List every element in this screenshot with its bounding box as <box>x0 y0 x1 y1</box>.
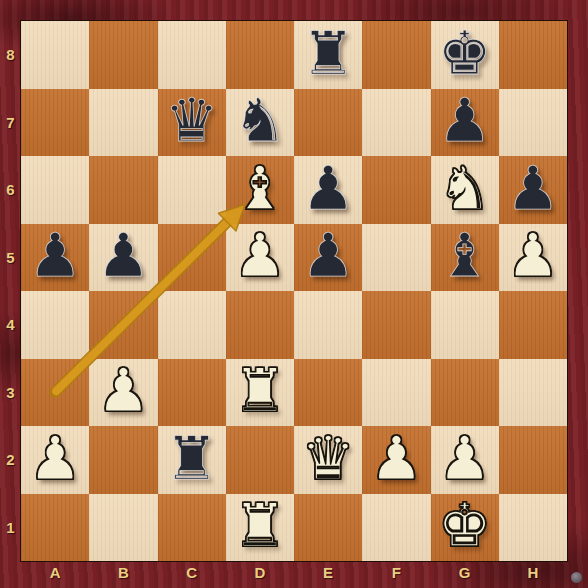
square-f2[interactable]: ♟ <box>362 426 430 494</box>
square-b4[interactable] <box>89 291 157 359</box>
square-d4[interactable] <box>226 291 294 359</box>
rank-label-5: 5 <box>0 224 21 292</box>
piece-white-pawn-a2[interactable]: ♟ <box>28 428 82 488</box>
piece-white-queen-e2[interactable]: ♛ <box>301 428 355 488</box>
square-c3[interactable] <box>158 359 226 427</box>
square-f7[interactable] <box>362 89 430 157</box>
piece-white-king-g1[interactable]: ♚ <box>438 495 492 555</box>
square-e1[interactable] <box>294 494 362 562</box>
piece-black-queen-c7[interactable]: ♛ <box>165 90 219 150</box>
piece-white-knight-g6[interactable]: ♞ <box>438 158 492 218</box>
rank-label-4: 4 <box>0 291 21 359</box>
square-e5[interactable]: ♟ <box>294 224 362 292</box>
file-label-d: D <box>226 561 294 588</box>
square-h8[interactable] <box>499 21 567 89</box>
piece-black-pawn-g7[interactable]: ♟ <box>438 90 492 150</box>
corner-dot <box>571 572 582 583</box>
square-b8[interactable] <box>89 21 157 89</box>
square-g1[interactable]: ♚ <box>431 494 499 562</box>
piece-black-king-g8[interactable]: ♚ <box>438 23 492 83</box>
square-d7[interactable]: ♞ <box>226 89 294 157</box>
file-label-c: C <box>158 561 226 588</box>
square-e2[interactable]: ♛ <box>294 426 362 494</box>
piece-white-pawn-b3[interactable]: ♟ <box>96 360 150 420</box>
piece-white-rook-d3[interactable]: ♜ <box>233 360 287 420</box>
square-h5[interactable]: ♟ <box>499 224 567 292</box>
piece-black-bishop-g5[interactable]: ♝ <box>438 225 492 285</box>
square-g3[interactable] <box>431 359 499 427</box>
square-h6[interactable]: ♟ <box>499 156 567 224</box>
square-d1[interactable]: ♜ <box>226 494 294 562</box>
piece-white-pawn-g2[interactable]: ♟ <box>438 428 492 488</box>
square-g2[interactable]: ♟ <box>431 426 499 494</box>
square-h7[interactable] <box>499 89 567 157</box>
square-a5[interactable]: ♟ <box>21 224 89 292</box>
file-labels: ABCDEFGH <box>21 561 567 588</box>
square-a4[interactable] <box>21 291 89 359</box>
square-h3[interactable] <box>499 359 567 427</box>
file-label-b: B <box>89 561 157 588</box>
rank-label-8: 8 <box>0 21 21 89</box>
square-g4[interactable] <box>431 291 499 359</box>
square-h4[interactable] <box>499 291 567 359</box>
piece-black-knight-d7[interactable]: ♞ <box>233 90 287 150</box>
piece-black-rook-e8[interactable]: ♜ <box>301 23 355 83</box>
piece-black-pawn-h6[interactable]: ♟ <box>506 158 560 218</box>
piece-black-pawn-b5[interactable]: ♟ <box>96 225 150 285</box>
square-e7[interactable] <box>294 89 362 157</box>
square-b1[interactable] <box>89 494 157 562</box>
piece-white-pawn-h5[interactable]: ♟ <box>506 225 560 285</box>
square-g7[interactable]: ♟ <box>431 89 499 157</box>
rank-label-1: 1 <box>0 494 21 562</box>
square-g8[interactable]: ♚ <box>431 21 499 89</box>
square-b6[interactable] <box>89 156 157 224</box>
square-a8[interactable] <box>21 21 89 89</box>
file-label-e: E <box>294 561 362 588</box>
square-a1[interactable] <box>21 494 89 562</box>
square-f4[interactable] <box>362 291 430 359</box>
piece-white-pawn-d5[interactable]: ♟ <box>233 225 287 285</box>
piece-black-pawn-e6[interactable]: ♟ <box>301 158 355 218</box>
square-c8[interactable] <box>158 21 226 89</box>
chess-board: ♜♚♛♞♟♝♟♞♟♟♟♟♟♝♟♟♜♟♜♛♟♟♜♚ <box>21 21 567 561</box>
square-e4[interactable] <box>294 291 362 359</box>
file-label-f: F <box>362 561 430 588</box>
square-e6[interactable]: ♟ <box>294 156 362 224</box>
file-label-a: A <box>21 561 89 588</box>
piece-black-rook-c2[interactable]: ♜ <box>165 428 219 488</box>
square-g6[interactable]: ♞ <box>431 156 499 224</box>
square-d3[interactable]: ♜ <box>226 359 294 427</box>
square-c6[interactable] <box>158 156 226 224</box>
rank-labels: 87654321 <box>0 21 21 561</box>
square-f6[interactable] <box>362 156 430 224</box>
square-d6[interactable]: ♝ <box>226 156 294 224</box>
piece-white-bishop-d6[interactable]: ♝ <box>233 158 287 218</box>
square-a7[interactable] <box>21 89 89 157</box>
square-g5[interactable]: ♝ <box>431 224 499 292</box>
square-e3[interactable] <box>294 359 362 427</box>
square-f3[interactable] <box>362 359 430 427</box>
square-f5[interactable] <box>362 224 430 292</box>
square-c5[interactable] <box>158 224 226 292</box>
rank-label-2: 2 <box>0 426 21 494</box>
file-label-g: G <box>431 561 499 588</box>
square-f8[interactable] <box>362 21 430 89</box>
file-label-h: H <box>499 561 567 588</box>
chess-board-frame: 87654321 ABCDEFGH ♜♚♛♞♟♝♟♞♟♟♟♟♟♝♟♟♜♟♜♛♟♟… <box>0 0 588 588</box>
square-h2[interactable] <box>499 426 567 494</box>
rank-label-6: 6 <box>0 156 21 224</box>
square-e8[interactable]: ♜ <box>294 21 362 89</box>
piece-white-rook-d1[interactable]: ♜ <box>233 495 287 555</box>
square-f1[interactable] <box>362 494 430 562</box>
piece-black-pawn-a5[interactable]: ♟ <box>28 225 82 285</box>
square-a2[interactable]: ♟ <box>21 426 89 494</box>
square-d2[interactable] <box>226 426 294 494</box>
rank-label-7: 7 <box>0 89 21 157</box>
square-d5[interactable]: ♟ <box>226 224 294 292</box>
rank-label-3: 3 <box>0 359 21 427</box>
square-a6[interactable] <box>21 156 89 224</box>
square-d8[interactable] <box>226 21 294 89</box>
square-c1[interactable] <box>158 494 226 562</box>
square-b2[interactable] <box>89 426 157 494</box>
square-c2[interactable]: ♜ <box>158 426 226 494</box>
square-b5[interactable]: ♟ <box>89 224 157 292</box>
square-h1[interactable] <box>499 494 567 562</box>
piece-black-pawn-e5[interactable]: ♟ <box>301 225 355 285</box>
square-c4[interactable] <box>158 291 226 359</box>
piece-white-pawn-f2[interactable]: ♟ <box>369 428 423 488</box>
square-c7[interactable]: ♛ <box>158 89 226 157</box>
square-a3[interactable] <box>21 359 89 427</box>
square-b3[interactable]: ♟ <box>89 359 157 427</box>
square-b7[interactable] <box>89 89 157 157</box>
